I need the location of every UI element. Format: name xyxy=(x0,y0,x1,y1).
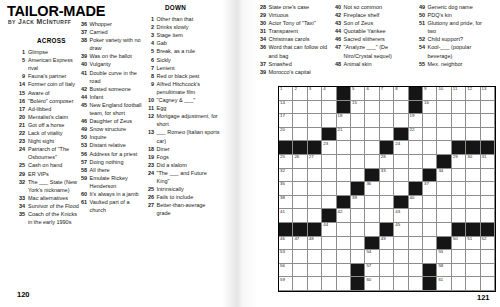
clue-text: Sacred slitherers xyxy=(344,35,404,43)
white-cell[interactable] xyxy=(481,196,495,210)
cell-number: 55 xyxy=(438,250,443,255)
white-cell[interactable] xyxy=(293,101,307,115)
clue-text: Quotable Yankee xyxy=(344,27,404,35)
white-cell[interactable]: 49 xyxy=(380,237,394,251)
white-cell[interactable] xyxy=(437,209,451,223)
white-cell[interactable]: 2 xyxy=(293,87,307,101)
cell-number: 14 xyxy=(280,101,285,106)
white-cell[interactable] xyxy=(466,209,480,223)
white-cell[interactable] xyxy=(351,237,365,251)
white-cell[interactable] xyxy=(308,128,322,142)
clue-text: New England football team, for short xyxy=(90,101,144,117)
white-cell[interactable] xyxy=(466,101,480,115)
black-cell xyxy=(365,169,379,183)
white-cell[interactable] xyxy=(423,114,437,128)
clue-number: 54 xyxy=(415,43,428,59)
white-cell[interactable] xyxy=(322,196,336,210)
white-cell[interactable]: 33 xyxy=(380,169,394,183)
cell-number: 27 xyxy=(309,155,314,160)
cell-number: 34 xyxy=(438,169,443,174)
white-cell[interactable] xyxy=(452,277,466,291)
white-cell[interactable] xyxy=(423,237,437,251)
cell-number: 12 xyxy=(467,87,472,92)
white-cell[interactable] xyxy=(380,196,394,210)
white-cell[interactable] xyxy=(466,169,480,183)
white-cell[interactable] xyxy=(437,196,451,210)
white-cell[interactable] xyxy=(452,250,466,264)
white-cell[interactable] xyxy=(423,223,437,237)
white-cell[interactable] xyxy=(322,264,336,278)
white-cell[interactable] xyxy=(293,169,307,183)
white-cell[interactable]: 58 xyxy=(437,264,451,278)
white-cell[interactable] xyxy=(308,196,322,210)
white-cell[interactable] xyxy=(365,196,379,210)
white-cell[interactable]: 3 xyxy=(308,87,322,101)
white-cell[interactable] xyxy=(380,209,394,223)
white-cell[interactable] xyxy=(308,182,322,196)
white-cell[interactable] xyxy=(423,250,437,264)
clue-number: 42 xyxy=(77,85,90,93)
white-cell[interactable] xyxy=(308,209,322,223)
clue-text: Glimpse xyxy=(28,48,80,56)
white-cell[interactable]: 20 xyxy=(279,128,293,142)
white-cell[interactable]: 14 xyxy=(279,101,293,115)
white-cell[interactable] xyxy=(337,155,351,169)
clue-number: 28 xyxy=(256,3,269,11)
white-cell[interactable] xyxy=(308,101,322,115)
white-cell[interactable]: 56 xyxy=(279,264,293,278)
clue-text: Double curve in the road xyxy=(90,69,144,85)
clue-number: 21 xyxy=(8,121,28,129)
white-cell[interactable] xyxy=(481,264,495,278)
white-cell[interactable]: 30 xyxy=(466,155,480,169)
cell-number: 32 xyxy=(280,169,285,174)
white-cell[interactable]: 50 xyxy=(452,237,466,251)
white-cell[interactable] xyxy=(452,264,466,278)
white-cell[interactable] xyxy=(308,114,322,128)
white-cell[interactable]: 22 xyxy=(409,128,423,142)
cell-number: 61 xyxy=(438,278,443,283)
white-cell[interactable] xyxy=(308,264,322,278)
clue-item: 21Got off a horse xyxy=(8,121,80,129)
white-cell[interactable]: 12 xyxy=(466,87,480,101)
clue-number: 38 xyxy=(77,36,90,52)
white-cell[interactable] xyxy=(409,264,423,278)
white-cell[interactable] xyxy=(466,250,480,264)
white-cell[interactable]: 21 xyxy=(337,128,351,142)
clue-text: Coach of the Knicks in the early 1990s xyxy=(28,210,80,226)
white-cell[interactable] xyxy=(394,264,408,278)
white-cell[interactable] xyxy=(351,128,365,142)
clue-number: 44 xyxy=(77,93,90,101)
white-cell[interactable] xyxy=(365,223,379,237)
white-cell[interactable] xyxy=(394,250,408,264)
white-cell[interactable] xyxy=(293,209,307,223)
white-cell[interactable] xyxy=(365,155,379,169)
white-cell[interactable] xyxy=(481,182,495,196)
white-cell[interactable] xyxy=(380,114,394,128)
white-cell[interactable] xyxy=(409,169,423,183)
white-cell[interactable] xyxy=(481,250,495,264)
white-cell[interactable] xyxy=(437,114,451,128)
white-cell[interactable] xyxy=(481,128,495,142)
white-cell[interactable]: 16 xyxy=(423,101,437,115)
white-cell[interactable] xyxy=(409,155,423,169)
white-cell[interactable]: 18 xyxy=(337,114,351,128)
white-cell[interactable]: 53 xyxy=(279,250,293,264)
clue-item: 25Cash on hand xyxy=(8,161,80,169)
white-cell[interactable] xyxy=(365,209,379,223)
clue-item: 22Lack of vitality xyxy=(8,129,80,137)
white-cell[interactable] xyxy=(423,141,437,155)
clue-text: Transparent xyxy=(269,27,329,35)
clue-number: 56 xyxy=(77,150,90,158)
white-cell[interactable] xyxy=(337,264,351,278)
cell-number: 1 xyxy=(280,87,282,92)
white-cell[interactable] xyxy=(322,114,336,128)
clue-item: 12Mortgage adjustment, for short xyxy=(144,112,220,128)
white-cell[interactable] xyxy=(466,264,480,278)
white-cell[interactable] xyxy=(394,169,408,183)
white-cell[interactable]: 5 xyxy=(351,87,365,101)
clue-number: 40 xyxy=(77,60,90,68)
white-cell[interactable] xyxy=(481,277,495,291)
puzzle-byline: by Jack McInturff xyxy=(8,18,71,25)
cell-number: 15 xyxy=(352,101,357,106)
black-cell xyxy=(351,277,365,291)
white-cell[interactable] xyxy=(380,182,394,196)
white-cell[interactable] xyxy=(293,264,307,278)
white-cell[interactable] xyxy=(452,114,466,128)
clue-number: 14 xyxy=(8,80,28,88)
cell-number: 17 xyxy=(280,114,285,119)
clue-text: ___ Romeo (Italian sports car) xyxy=(157,128,221,144)
clue-number: 2 xyxy=(144,23,157,31)
white-cell[interactable]: 31 xyxy=(481,155,495,169)
cell-number: 16 xyxy=(424,101,429,106)
white-cell[interactable] xyxy=(351,169,365,183)
clue-text: Gluttony and pride, for two xyxy=(428,19,488,35)
white-cell[interactable]: 29 xyxy=(452,155,466,169)
white-cell[interactable]: 59 xyxy=(279,277,293,291)
white-cell[interactable] xyxy=(293,114,307,128)
white-cell[interactable] xyxy=(409,250,423,264)
clue-text: Fireplace shelf xyxy=(344,11,404,19)
clue-item: 24Patriarch of "The Osbournes" xyxy=(8,145,80,161)
white-cell[interactable]: 48 xyxy=(308,237,322,251)
white-cell[interactable] xyxy=(437,141,451,155)
white-cell[interactable] xyxy=(394,182,408,196)
clue-item: 36Word that can follow old and bag xyxy=(256,43,328,59)
cell-number: 49 xyxy=(381,237,386,242)
clue-item: 53Distant relative xyxy=(77,141,143,149)
white-cell[interactable] xyxy=(437,101,451,115)
clue-text: Emulate Rickey Henderson xyxy=(90,174,144,190)
clue-item: 17Ad-libbed xyxy=(8,105,80,113)
white-cell[interactable] xyxy=(293,182,307,196)
white-cell[interactable] xyxy=(452,169,466,183)
clue-item: 26Fails to include xyxy=(144,193,220,201)
clue-text: Virtuous xyxy=(269,11,329,19)
clue-item: 42Fireplace shelf xyxy=(331,11,403,19)
clue-item: 50PDQ's kin xyxy=(415,11,487,19)
white-cell[interactable]: 26 xyxy=(293,155,307,169)
white-cell[interactable] xyxy=(423,128,437,142)
cell-number: 38 xyxy=(280,196,285,201)
clue-item: 6Sickly xyxy=(144,56,220,64)
white-cell[interactable]: 10 xyxy=(437,87,451,101)
white-cell[interactable]: 44 xyxy=(322,223,336,237)
clue-text: Mortgage adjustment, for short xyxy=(157,112,221,128)
white-cell[interactable]: 37 xyxy=(423,182,437,196)
white-cell[interactable] xyxy=(365,101,379,115)
clue-number: 16 xyxy=(8,97,28,105)
white-cell[interactable] xyxy=(293,250,307,264)
white-cell[interactable] xyxy=(452,209,466,223)
white-cell[interactable] xyxy=(452,182,466,196)
clue-text: Carried xyxy=(90,28,144,36)
white-cell[interactable] xyxy=(351,209,365,223)
white-cell[interactable] xyxy=(337,250,351,264)
white-cell[interactable] xyxy=(308,277,322,291)
clue-number: 61 xyxy=(77,198,90,214)
clue-number: 37 xyxy=(77,28,90,36)
white-cell[interactable] xyxy=(452,196,466,210)
white-cell[interactable] xyxy=(337,169,351,183)
white-cell[interactable]: 40 xyxy=(409,196,423,210)
white-cell[interactable]: 51 xyxy=(466,237,480,251)
white-cell[interactable]: 34 xyxy=(437,169,451,183)
clue-item: 51Gluttony and pride, for two xyxy=(415,19,487,35)
white-cell[interactable] xyxy=(466,182,480,196)
cell-number: 36 xyxy=(366,182,371,187)
clue-item: 49Generic dog name xyxy=(415,3,487,11)
white-cell[interactable] xyxy=(409,209,423,223)
cell-number: 33 xyxy=(381,169,386,174)
clue-number: 36 xyxy=(77,20,90,28)
white-cell[interactable]: 32 xyxy=(279,169,293,183)
clue-number: 5 xyxy=(8,56,28,72)
cell-number: 47 xyxy=(294,237,299,242)
white-cell[interactable] xyxy=(409,141,423,155)
white-cell[interactable] xyxy=(437,128,451,142)
clue-number: 32 xyxy=(8,178,28,194)
white-cell[interactable] xyxy=(423,196,437,210)
white-cell[interactable] xyxy=(394,155,408,169)
white-cell[interactable]: 27 xyxy=(308,155,322,169)
white-cell[interactable]: 52 xyxy=(481,237,495,251)
white-cell[interactable]: 11 xyxy=(452,87,466,101)
white-cell[interactable] xyxy=(337,182,351,196)
white-cell[interactable] xyxy=(466,196,480,210)
clue-item: 8Red or black pest xyxy=(144,72,220,80)
white-cell[interactable] xyxy=(337,141,351,155)
cell-number: 45 xyxy=(395,223,400,228)
white-cell[interactable] xyxy=(365,128,379,142)
white-cell[interactable] xyxy=(394,114,408,128)
clue-number: 11 xyxy=(144,104,157,112)
white-cell[interactable] xyxy=(293,128,307,142)
white-cell[interactable] xyxy=(351,155,365,169)
clue-item: 5American Express rival xyxy=(8,56,80,72)
white-cell[interactable]: 23 xyxy=(322,141,336,155)
white-cell[interactable] xyxy=(452,128,466,142)
white-cell[interactable] xyxy=(409,223,423,237)
white-cell[interactable]: 9 xyxy=(423,87,437,101)
clue-number: 25 xyxy=(144,185,157,193)
clue-item: 61Vaulted part of a church xyxy=(77,198,143,214)
clue-number: 26 xyxy=(144,193,157,201)
cell-number: 43 xyxy=(395,210,400,215)
white-cell[interactable] xyxy=(337,223,351,237)
white-cell[interactable]: 61 xyxy=(437,277,451,291)
clue-number: 29 xyxy=(256,11,269,19)
white-cell[interactable]: 25 xyxy=(279,155,293,169)
white-cell[interactable] xyxy=(351,141,365,155)
clue-text: Egg xyxy=(157,104,221,112)
black-cell xyxy=(466,141,480,155)
white-cell[interactable] xyxy=(394,277,408,291)
clue-item: 40Vulgarity xyxy=(77,60,143,68)
white-cell[interactable] xyxy=(437,223,451,237)
clue-number: 1 xyxy=(144,15,157,23)
cell-number: 53 xyxy=(280,250,285,255)
white-cell[interactable]: 35 xyxy=(279,182,293,196)
white-cell[interactable] xyxy=(365,114,379,128)
white-cell[interactable]: 1 xyxy=(279,87,293,101)
white-cell[interactable] xyxy=(380,128,394,142)
cell-number: 10 xyxy=(438,87,443,92)
white-cell[interactable]: 6 xyxy=(365,87,379,101)
white-cell[interactable] xyxy=(394,101,408,115)
white-cell[interactable] xyxy=(423,155,437,169)
white-cell[interactable] xyxy=(337,237,351,251)
cell-number: 21 xyxy=(338,128,343,133)
white-cell[interactable]: 7 xyxy=(380,87,394,101)
white-cell[interactable] xyxy=(308,250,322,264)
clue-number: 45 xyxy=(77,101,90,117)
white-cell[interactable] xyxy=(380,264,394,278)
white-cell[interactable]: 57 xyxy=(365,264,379,278)
cell-number: 30 xyxy=(467,155,472,160)
cell-number: 51 xyxy=(467,237,472,242)
white-cell[interactable] xyxy=(380,277,394,291)
white-cell[interactable] xyxy=(322,237,336,251)
white-cell[interactable] xyxy=(466,277,480,291)
white-cell[interactable] xyxy=(351,223,365,237)
white-cell[interactable] xyxy=(481,209,495,223)
clue-item: 32The ___ State (New York's nickname) xyxy=(8,178,80,194)
page-gutter-shadow xyxy=(222,0,258,307)
white-cell[interactable]: 55 xyxy=(437,250,451,264)
clue-item: 20Mentalist's claim xyxy=(8,113,80,121)
crossword-grid: 1234567891011121314151617181920212223242… xyxy=(278,86,496,292)
clue-item: 42Busted someone xyxy=(77,85,143,93)
clue-text: Inquire xyxy=(90,133,144,141)
white-cell[interactable] xyxy=(293,277,307,291)
white-cell[interactable] xyxy=(409,277,423,291)
clue-number: 49 xyxy=(415,3,428,11)
clue-item: 54Kool-___ (popular beverage) xyxy=(415,43,487,59)
white-cell[interactable] xyxy=(322,277,336,291)
clue-text: Not so common xyxy=(344,3,404,11)
white-cell[interactable] xyxy=(481,169,495,183)
white-cell[interactable] xyxy=(437,182,451,196)
clue-text: Infant xyxy=(90,93,144,101)
white-cell[interactable]: 45 xyxy=(394,223,408,237)
white-cell[interactable] xyxy=(481,101,495,115)
white-cell[interactable]: 17 xyxy=(279,114,293,128)
white-cell[interactable]: 46 xyxy=(279,237,293,251)
white-cell[interactable] xyxy=(322,169,336,183)
white-cell[interactable]: 38 xyxy=(279,196,293,210)
clue-number: 50 xyxy=(77,133,90,141)
white-cell[interactable] xyxy=(380,101,394,115)
clue-number: 46 xyxy=(331,35,344,43)
white-cell[interactable] xyxy=(466,128,480,142)
white-cell[interactable] xyxy=(322,250,336,264)
white-cell[interactable]: 15 xyxy=(351,101,365,115)
white-cell[interactable]: 54 xyxy=(365,250,379,264)
white-cell[interactable]: 60 xyxy=(365,277,379,291)
cell-number: 4 xyxy=(323,87,325,92)
clue-text: Cash on hand xyxy=(28,161,80,169)
white-cell[interactable] xyxy=(351,114,365,128)
clue-item: 34Christmas carols xyxy=(256,35,328,43)
clue-text: Vulgarity xyxy=(90,60,144,68)
white-cell[interactable] xyxy=(466,114,480,128)
clue-text: Fails to include xyxy=(157,193,221,201)
clue-text: Aware of xyxy=(28,89,80,97)
white-cell[interactable]: 28 xyxy=(380,155,394,169)
white-cell[interactable] xyxy=(380,250,394,264)
white-cell[interactable]: 13 xyxy=(481,87,495,101)
white-cell[interactable] xyxy=(481,114,495,128)
white-cell[interactable]: 43 xyxy=(394,209,408,223)
white-cell[interactable] xyxy=(293,196,307,210)
white-cell[interactable] xyxy=(452,101,466,115)
white-cell[interactable] xyxy=(322,182,336,196)
white-cell[interactable]: 41 xyxy=(279,209,293,223)
white-cell[interactable]: 19 xyxy=(409,114,423,128)
clue-number: 20 xyxy=(8,113,28,121)
white-cell[interactable] xyxy=(394,237,408,251)
clue-item: 2Drinks slowly xyxy=(144,23,220,31)
white-cell[interactable] xyxy=(409,237,423,251)
clue-item: 44Quotable Yankee xyxy=(331,27,403,35)
white-cell[interactable]: 39 xyxy=(351,196,365,210)
white-cell[interactable]: 42 xyxy=(337,209,351,223)
white-cell[interactable]: 8 xyxy=(394,87,408,101)
cell-number: 41 xyxy=(280,210,285,215)
white-cell[interactable] xyxy=(308,169,322,183)
white-cell[interactable]: 24 xyxy=(394,141,408,155)
white-cell[interactable] xyxy=(365,141,379,155)
white-cell[interactable]: 4 xyxy=(322,87,336,101)
clue-text: All there xyxy=(90,166,144,174)
clue-text: Was on the ballot xyxy=(90,52,144,60)
white-cell[interactable] xyxy=(351,250,365,264)
white-cell[interactable]: 36 xyxy=(365,182,379,196)
clue-text: "Analyze ___" (De Niro/Crystal sequel) xyxy=(344,43,404,59)
white-cell[interactable] xyxy=(423,209,437,223)
white-cell[interactable] xyxy=(322,155,336,169)
cell-number: 24 xyxy=(395,142,400,147)
white-cell[interactable] xyxy=(322,101,336,115)
white-cell[interactable]: 47 xyxy=(293,237,307,251)
clue-number: 44 xyxy=(331,27,344,35)
white-cell[interactable] xyxy=(337,277,351,291)
